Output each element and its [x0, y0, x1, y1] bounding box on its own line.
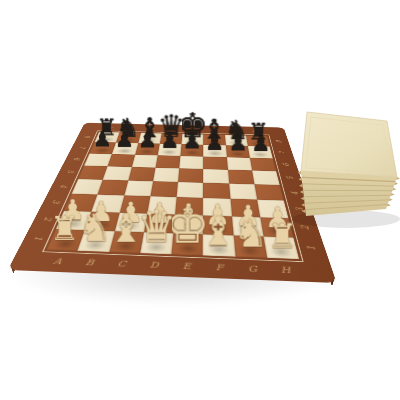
- wooden-box: [0, 0, 400, 400]
- box-top-face: [301, 112, 397, 177]
- product-photo: { "game": "chess", "scene_description": …: [0, 0, 400, 400]
